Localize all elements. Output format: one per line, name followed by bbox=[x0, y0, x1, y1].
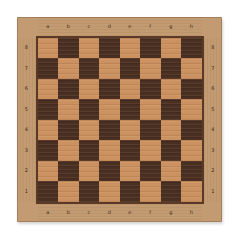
square-d5[interactable] bbox=[99, 99, 120, 120]
square-e7[interactable] bbox=[120, 58, 141, 79]
square-a2[interactable] bbox=[38, 161, 59, 182]
square-c3[interactable] bbox=[79, 140, 100, 161]
square-h7[interactable] bbox=[181, 58, 202, 79]
file-label-h: h bbox=[181, 17, 202, 36]
rank-label-7: 7 bbox=[204, 58, 223, 79]
square-c8[interactable] bbox=[79, 38, 100, 59]
file-label-e: e bbox=[120, 204, 141, 223]
file-label-b: b bbox=[58, 204, 79, 223]
square-b4[interactable] bbox=[58, 120, 79, 141]
file-labels-top: abcdefgh bbox=[38, 17, 202, 36]
square-h4[interactable] bbox=[181, 120, 202, 141]
square-b3[interactable] bbox=[58, 140, 79, 161]
square-f6[interactable] bbox=[140, 79, 161, 100]
square-b8[interactable] bbox=[58, 38, 79, 59]
square-d7[interactable] bbox=[99, 58, 120, 79]
rank-label-2: 2 bbox=[204, 161, 223, 182]
rank-label-5: 5 bbox=[17, 99, 36, 120]
square-a3[interactable] bbox=[38, 140, 59, 161]
square-c7[interactable] bbox=[79, 58, 100, 79]
square-a7[interactable] bbox=[38, 58, 59, 79]
square-f4[interactable] bbox=[140, 120, 161, 141]
square-e8[interactable] bbox=[120, 38, 141, 59]
file-label-f: f bbox=[140, 17, 161, 36]
square-b6[interactable] bbox=[58, 79, 79, 100]
file-label-f: f bbox=[140, 204, 161, 223]
square-e6[interactable] bbox=[120, 79, 141, 100]
rank-label-5: 5 bbox=[204, 99, 223, 120]
square-c2[interactable] bbox=[79, 161, 100, 182]
square-d6[interactable] bbox=[99, 79, 120, 100]
square-e2[interactable] bbox=[120, 161, 141, 182]
square-c6[interactable] bbox=[79, 79, 100, 100]
file-label-h: h bbox=[181, 204, 202, 223]
rank-label-2: 2 bbox=[17, 161, 36, 182]
file-label-c: c bbox=[79, 204, 100, 223]
file-label-a: a bbox=[38, 17, 59, 36]
square-c4[interactable] bbox=[79, 120, 100, 141]
square-a8[interactable] bbox=[38, 38, 59, 59]
square-h5[interactable] bbox=[181, 99, 202, 120]
square-a1[interactable] bbox=[38, 181, 59, 202]
square-d4[interactable] bbox=[99, 120, 120, 141]
square-g1[interactable] bbox=[161, 181, 182, 202]
square-g3[interactable] bbox=[161, 140, 182, 161]
playing-area bbox=[36, 36, 204, 204]
square-f3[interactable] bbox=[140, 140, 161, 161]
chess-board: abcdefgh abcdefgh 87654321 87654321 bbox=[17, 17, 222, 222]
square-f8[interactable] bbox=[140, 38, 161, 59]
square-d3[interactable] bbox=[99, 140, 120, 161]
square-e3[interactable] bbox=[120, 140, 141, 161]
rank-labels-right: 87654321 bbox=[204, 38, 223, 202]
square-e4[interactable] bbox=[120, 120, 141, 141]
file-label-a: a bbox=[38, 204, 59, 223]
square-c1[interactable] bbox=[79, 181, 100, 202]
rank-label-4: 4 bbox=[17, 120, 36, 141]
rank-label-6: 6 bbox=[204, 79, 223, 100]
square-d2[interactable] bbox=[99, 161, 120, 182]
file-label-g: g bbox=[161, 204, 182, 223]
square-a6[interactable] bbox=[38, 79, 59, 100]
square-f7[interactable] bbox=[140, 58, 161, 79]
square-g5[interactable] bbox=[161, 99, 182, 120]
square-f1[interactable] bbox=[140, 181, 161, 202]
square-b2[interactable] bbox=[58, 161, 79, 182]
square-g7[interactable] bbox=[161, 58, 182, 79]
square-h3[interactable] bbox=[181, 140, 202, 161]
square-d8[interactable] bbox=[99, 38, 120, 59]
file-label-d: d bbox=[99, 204, 120, 223]
square-h6[interactable] bbox=[181, 79, 202, 100]
file-label-c: c bbox=[79, 17, 100, 36]
rank-labels-left: 87654321 bbox=[17, 38, 36, 202]
square-g8[interactable] bbox=[161, 38, 182, 59]
square-a4[interactable] bbox=[38, 120, 59, 141]
rank-label-1: 1 bbox=[204, 181, 223, 202]
rank-label-1: 1 bbox=[17, 181, 36, 202]
square-h2[interactable] bbox=[181, 161, 202, 182]
rank-label-3: 3 bbox=[17, 140, 36, 161]
square-f2[interactable] bbox=[140, 161, 161, 182]
square-b1[interactable] bbox=[58, 181, 79, 202]
square-g6[interactable] bbox=[161, 79, 182, 100]
file-label-e: e bbox=[120, 17, 141, 36]
square-g4[interactable] bbox=[161, 120, 182, 141]
file-labels-bottom: abcdefgh bbox=[38, 204, 202, 223]
square-d1[interactable] bbox=[99, 181, 120, 202]
rank-label-7: 7 bbox=[17, 58, 36, 79]
page-background: abcdefgh abcdefgh 87654321 87654321 bbox=[0, 0, 240, 240]
square-c5[interactable] bbox=[79, 99, 100, 120]
rank-label-3: 3 bbox=[204, 140, 223, 161]
square-h1[interactable] bbox=[181, 181, 202, 202]
square-b5[interactable] bbox=[58, 99, 79, 120]
square-h8[interactable] bbox=[181, 38, 202, 59]
rank-label-8: 8 bbox=[204, 38, 223, 59]
square-b7[interactable] bbox=[58, 58, 79, 79]
square-g2[interactable] bbox=[161, 161, 182, 182]
file-label-d: d bbox=[99, 17, 120, 36]
file-label-b: b bbox=[58, 17, 79, 36]
square-a5[interactable] bbox=[38, 99, 59, 120]
square-e1[interactable] bbox=[120, 181, 141, 202]
square-e5[interactable] bbox=[120, 99, 141, 120]
file-label-g: g bbox=[161, 17, 182, 36]
square-f5[interactable] bbox=[140, 99, 161, 120]
squares-grid bbox=[38, 38, 202, 202]
rank-label-4: 4 bbox=[204, 120, 223, 141]
rank-label-6: 6 bbox=[17, 79, 36, 100]
rank-label-8: 8 bbox=[17, 38, 36, 59]
